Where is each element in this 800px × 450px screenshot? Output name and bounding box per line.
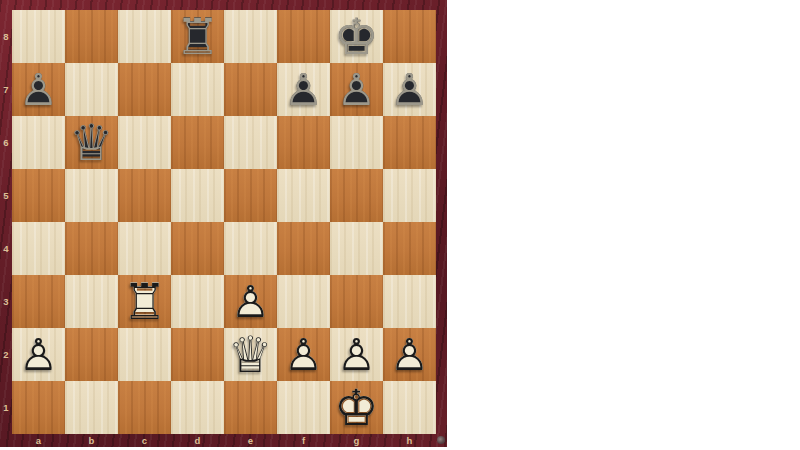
- piece-white-queen-e2[interactable]: ♛♕: [224, 328, 277, 381]
- square-e3[interactable]: ♟♙: [224, 275, 277, 328]
- piece-black-pawn-g7[interactable]: ♟♙: [330, 63, 383, 116]
- piece-black-rook-d8[interactable]: ♜♖: [171, 10, 224, 63]
- piece-white-pawn-f2[interactable]: ♟♙: [277, 328, 330, 381]
- square-d4[interactable]: [171, 222, 224, 275]
- file-label-a: a: [12, 433, 65, 447]
- square-b8[interactable]: [65, 10, 118, 63]
- piece-white-king-g1[interactable]: ♚♔: [330, 381, 383, 434]
- rank-label-5: 5: [0, 169, 12, 222]
- square-d3[interactable]: [171, 275, 224, 328]
- square-a6[interactable]: [12, 116, 65, 169]
- square-f1[interactable]: [277, 381, 330, 434]
- piece-black-pawn-a7[interactable]: ♟♙: [12, 63, 65, 116]
- square-e4[interactable]: [224, 222, 277, 275]
- square-d5[interactable]: [171, 169, 224, 222]
- piece-black-pawn-h7[interactable]: ♟♙: [383, 63, 436, 116]
- square-g1[interactable]: ♚♔: [330, 381, 383, 434]
- square-e2[interactable]: ♛♕: [224, 328, 277, 381]
- piece-white-pawn-h2[interactable]: ♟♙: [383, 328, 436, 381]
- rank-label-2: 2: [0, 328, 12, 381]
- square-e6[interactable]: [224, 116, 277, 169]
- piece-white-pawn-g2[interactable]: ♟♙: [330, 328, 383, 381]
- rank-label-1: 1: [0, 381, 12, 434]
- square-c1[interactable]: [118, 381, 171, 434]
- rank-labels: 87654321: [0, 10, 12, 434]
- square-g2[interactable]: ♟♙: [330, 328, 383, 381]
- rank-label-4: 4: [0, 222, 12, 275]
- piece-white-pawn-e3[interactable]: ♟♙: [224, 275, 277, 328]
- square-e7[interactable]: [224, 63, 277, 116]
- square-a8[interactable]: [12, 10, 65, 63]
- square-g8[interactable]: ♚♔: [330, 10, 383, 63]
- rank-label-7: 7: [0, 63, 12, 116]
- piece-black-king-g8[interactable]: ♚♔: [330, 10, 383, 63]
- square-f5[interactable]: [277, 169, 330, 222]
- square-h6[interactable]: [383, 116, 436, 169]
- rank-label-8: 8: [0, 10, 12, 63]
- square-c3[interactable]: ♜♖: [118, 275, 171, 328]
- square-g3[interactable]: [330, 275, 383, 328]
- watermark-dot-icon: [437, 436, 445, 444]
- square-g5[interactable]: [330, 169, 383, 222]
- piece-black-queen-b6[interactable]: ♛♕: [65, 116, 118, 169]
- file-label-c: c: [118, 433, 171, 447]
- piece-black-pawn-f7[interactable]: ♟♙: [277, 63, 330, 116]
- square-d2[interactable]: [171, 328, 224, 381]
- square-f4[interactable]: [277, 222, 330, 275]
- square-a3[interactable]: [12, 275, 65, 328]
- square-c7[interactable]: [118, 63, 171, 116]
- square-b5[interactable]: [65, 169, 118, 222]
- square-b1[interactable]: [65, 381, 118, 434]
- square-e1[interactable]: [224, 381, 277, 434]
- square-e5[interactable]: [224, 169, 277, 222]
- file-label-d: d: [171, 433, 224, 447]
- square-a5[interactable]: [12, 169, 65, 222]
- square-h7[interactable]: ♟♙: [383, 63, 436, 116]
- square-f8[interactable]: [277, 10, 330, 63]
- square-d6[interactable]: [171, 116, 224, 169]
- square-h3[interactable]: [383, 275, 436, 328]
- file-label-g: g: [330, 433, 383, 447]
- square-g7[interactable]: ♟♙: [330, 63, 383, 116]
- board-squares: ♜♖♚♔♟♙♟♙♟♙♟♙♛♕♜♖♟♙♟♙♛♕♟♙♟♙♟♙♚♔: [12, 10, 436, 434]
- square-b7[interactable]: [65, 63, 118, 116]
- square-b4[interactable]: [65, 222, 118, 275]
- square-b2[interactable]: [65, 328, 118, 381]
- square-h5[interactable]: [383, 169, 436, 222]
- square-b6[interactable]: ♛♕: [65, 116, 118, 169]
- chess-board: ♜♖♚♔♟♙♟♙♟♙♟♙♛♕♜♖♟♙♟♙♛♕♟♙♟♙♟♙♚♔ 87654321 …: [0, 0, 447, 447]
- rank-label-6: 6: [0, 116, 12, 169]
- square-h8[interactable]: [383, 10, 436, 63]
- square-a1[interactable]: [12, 381, 65, 434]
- square-e8[interactable]: [224, 10, 277, 63]
- piece-white-rook-c3[interactable]: ♜♖: [118, 275, 171, 328]
- piece-white-pawn-a2[interactable]: ♟♙: [12, 328, 65, 381]
- square-a2[interactable]: ♟♙: [12, 328, 65, 381]
- square-d8[interactable]: ♜♖: [171, 10, 224, 63]
- square-c2[interactable]: [118, 328, 171, 381]
- square-g4[interactable]: [330, 222, 383, 275]
- square-f6[interactable]: [277, 116, 330, 169]
- square-c8[interactable]: [118, 10, 171, 63]
- file-label-f: f: [277, 433, 330, 447]
- square-a7[interactable]: ♟♙: [12, 63, 65, 116]
- square-d7[interactable]: [171, 63, 224, 116]
- file-labels: abcdefgh: [12, 433, 436, 447]
- file-label-h: h: [383, 433, 436, 447]
- square-g6[interactable]: [330, 116, 383, 169]
- square-c5[interactable]: [118, 169, 171, 222]
- square-b3[interactable]: [65, 275, 118, 328]
- rank-label-3: 3: [0, 275, 12, 328]
- square-f7[interactable]: ♟♙: [277, 63, 330, 116]
- file-label-e: e: [224, 433, 277, 447]
- square-c6[interactable]: [118, 116, 171, 169]
- file-label-b: b: [65, 433, 118, 447]
- square-c4[interactable]: [118, 222, 171, 275]
- square-f2[interactable]: ♟♙: [277, 328, 330, 381]
- square-f3[interactable]: [277, 275, 330, 328]
- square-h1[interactable]: [383, 381, 436, 434]
- square-h2[interactable]: ♟♙: [383, 328, 436, 381]
- square-h4[interactable]: [383, 222, 436, 275]
- square-a4[interactable]: [12, 222, 65, 275]
- square-d1[interactable]: [171, 381, 224, 434]
